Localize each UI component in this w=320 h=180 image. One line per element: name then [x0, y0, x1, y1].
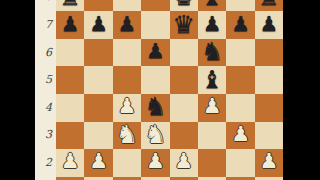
square-d8: [141, 0, 169, 11]
square-d7: [141, 11, 169, 39]
square-h5: [255, 66, 283, 94]
black-rook: ♜: [59, 0, 81, 9]
square-f2: [198, 149, 226, 177]
white-pawn: ♟: [260, 151, 279, 172]
rank-label-3: 3: [35, 127, 52, 143]
square-f6: ♞: [198, 39, 226, 67]
white-pawn: ♟: [118, 96, 137, 117]
rank-label-8: 8: [35, 0, 52, 5]
white-pawn: ♟: [61, 151, 80, 172]
square-b5: [84, 66, 112, 94]
black-pawn: ♟: [203, 14, 222, 35]
square-b7: ♟: [84, 11, 112, 39]
square-c6: [113, 39, 141, 67]
rank-label-gutter: 8765432: [35, 0, 56, 180]
square-e6: [170, 39, 198, 67]
rank-label-7: 7: [35, 17, 52, 33]
square-g3: ♟: [226, 122, 254, 150]
square-h7: ♟: [255, 11, 283, 39]
white-pawn: ♟: [146, 151, 165, 172]
square-f3: [198, 122, 226, 150]
square-f5: ♝: [198, 66, 226, 94]
square-b3: [84, 122, 112, 150]
square-a2: ♟: [56, 149, 84, 177]
square-e3: [170, 122, 198, 150]
square-e2: ♟: [170, 149, 198, 177]
square-f4: ♟: [198, 94, 226, 122]
square-f8: ♝: [198, 0, 226, 11]
square-g5: [226, 66, 254, 94]
square-c5: [113, 66, 141, 94]
square-b6: [84, 39, 112, 67]
black-bishop: ♝: [201, 67, 223, 92]
square-c3: ♞: [113, 122, 141, 150]
square-d6: ♟: [141, 39, 169, 67]
white-pawn: ♟: [174, 151, 193, 172]
square-b2: ♟: [84, 149, 112, 177]
black-pawn: ♟: [89, 14, 108, 35]
square-a7: ♟: [56, 11, 84, 39]
square-a4: [56, 94, 84, 122]
square-e7: ♛: [170, 11, 198, 39]
square-a8: ♜: [56, 0, 84, 11]
square-g6: [226, 39, 254, 67]
square-a5: [56, 66, 84, 94]
rank-label-6: 6: [35, 45, 52, 61]
white-pawn: ♟: [203, 96, 222, 117]
white-knight: ♞: [116, 122, 138, 147]
square-d5: [141, 66, 169, 94]
square-b4: [84, 94, 112, 122]
square-g7: ♟: [226, 11, 254, 39]
chess-board: ♜♚♝♜♟♟♟♛♟♟♟♟♞♝♟♞♟♞♞♟♟♟♟♟♟: [56, 0, 283, 180]
square-h4: [255, 94, 283, 122]
square-d2: ♟: [141, 149, 169, 177]
square-h1: [255, 177, 283, 180]
white-pawn: ♟: [231, 124, 250, 145]
square-f1: [198, 177, 226, 180]
square-c2: [113, 149, 141, 177]
square-g8: [226, 0, 254, 11]
square-g2: [226, 149, 254, 177]
rank-label-4: 4: [35, 100, 52, 116]
square-b1: [84, 177, 112, 180]
square-c4: ♟: [113, 94, 141, 122]
square-d3: ♞: [141, 122, 169, 150]
square-g1: [226, 177, 254, 180]
square-d4: ♞: [141, 94, 169, 122]
square-g4: [226, 94, 254, 122]
square-c1: [113, 177, 141, 180]
black-bishop: ♝: [201, 0, 223, 9]
square-b8: [84, 0, 112, 11]
black-queen: ♛: [173, 12, 195, 37]
black-pawn: ♟: [231, 14, 250, 35]
square-a6: [56, 39, 84, 67]
square-d1: [141, 177, 169, 180]
black-knight: ♞: [201, 39, 223, 64]
black-pawn: ♟: [118, 14, 137, 35]
square-f7: ♟: [198, 11, 226, 39]
black-pawn: ♟: [61, 14, 80, 35]
rank-label-5: 5: [35, 72, 52, 88]
square-a1: [56, 177, 84, 180]
square-e1: [170, 177, 198, 180]
square-h2: ♟: [255, 149, 283, 177]
square-h3: [255, 122, 283, 150]
square-a3: [56, 122, 84, 150]
black-pawn: ♟: [260, 14, 279, 35]
black-rook: ♜: [258, 0, 280, 9]
square-e4: [170, 94, 198, 122]
rank-label-2: 2: [35, 155, 52, 171]
square-h8: ♜: [255, 0, 283, 11]
square-h6: [255, 39, 283, 67]
white-knight: ♞: [144, 122, 166, 147]
square-e5: [170, 66, 198, 94]
square-c7: ♟: [113, 11, 141, 39]
black-king: ♚: [173, 0, 195, 9]
black-knight: ♞: [144, 94, 166, 119]
square-c8: [113, 0, 141, 11]
white-pawn: ♟: [89, 151, 108, 172]
black-pawn: ♟: [146, 41, 165, 62]
chess-video-frame: 8765432 ♜♚♝♜♟♟♟♛♟♟♟♟♞♝♟♞♟♞♞♟♟♟♟♟♟: [0, 0, 320, 180]
